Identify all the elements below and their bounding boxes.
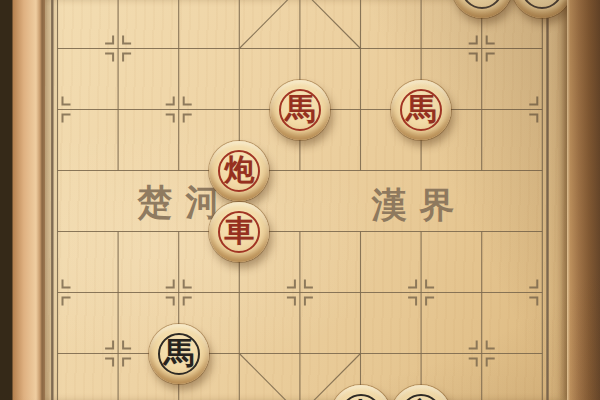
piece-black-horse[interactable]: 馬 <box>149 324 209 384</box>
piece-character: 馬 <box>406 94 436 124</box>
piece-red-chariot[interactable]: 車 <box>209 202 269 262</box>
wooden-frame-right <box>567 0 600 400</box>
piece-ring <box>461 0 503 9</box>
piece-ring <box>521 0 563 9</box>
wooden-frame-left <box>0 0 45 400</box>
board-grid <box>0 0 600 400</box>
piece-character: 車 <box>224 216 254 246</box>
piece-red-horse[interactable]: 馬 <box>391 80 451 140</box>
piece-character: 馬 <box>285 94 315 124</box>
piece-character: 炮 <box>224 155 254 185</box>
xiangqi-app: 楚河 漢界 馬馬炮車馬車卒 <box>0 0 600 400</box>
piece-red-cannon[interactable]: 炮 <box>209 141 269 201</box>
piece-character: 馬 <box>164 338 194 368</box>
river-label-han-jie: 漢界 <box>359 182 468 229</box>
piece-red-horse[interactable]: 馬 <box>270 80 330 140</box>
